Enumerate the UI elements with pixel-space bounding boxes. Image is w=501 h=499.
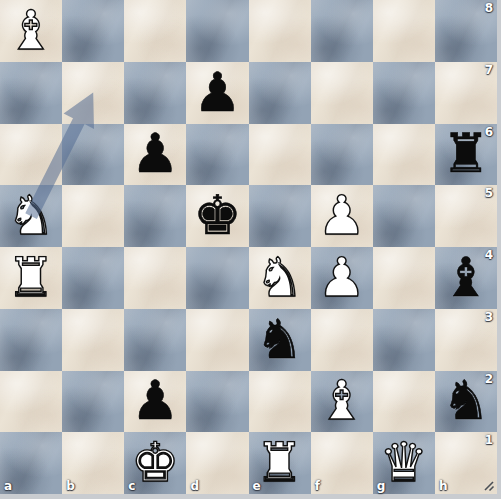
square-b8[interactable] (62, 0, 124, 62)
square-f5[interactable]: ♟ (311, 185, 373, 247)
square-d5[interactable]: ♚ (186, 185, 248, 247)
square-e7[interactable] (249, 62, 311, 124)
square-c3[interactable] (124, 309, 186, 371)
square-d4[interactable] (186, 247, 248, 309)
white-bishop-f2[interactable]: ♝ (311, 371, 373, 433)
file-label-d: d (190, 479, 199, 493)
square-b5[interactable] (62, 185, 124, 247)
square-f4[interactable]: ♟ (311, 247, 373, 309)
white-pawn-f4[interactable]: ♟ (311, 247, 373, 309)
file-label-h: h (439, 479, 448, 493)
file-label-a: a (4, 479, 12, 493)
square-b4[interactable] (62, 247, 124, 309)
white-pawn-f5[interactable]: ♟ (311, 185, 373, 247)
black-knight-h2[interactable]: ♞ (435, 371, 497, 433)
black-rook-h6[interactable]: ♜ (435, 124, 497, 186)
rank-label-3: 3 (485, 310, 493, 324)
square-b2[interactable] (62, 371, 124, 433)
square-h3[interactable]: 3 (435, 309, 497, 371)
file-label-b: b (66, 479, 75, 493)
white-rook-a4[interactable]: ♜ (0, 247, 62, 309)
square-c7[interactable] (124, 62, 186, 124)
square-h4[interactable]: ♝4 (435, 247, 497, 309)
square-c1[interactable]: ♚c (124, 432, 186, 494)
black-knight-e3[interactable]: ♞ (249, 309, 311, 371)
square-g6[interactable] (373, 124, 435, 186)
square-e6[interactable] (249, 124, 311, 186)
square-d8[interactable] (186, 0, 248, 62)
square-f2[interactable]: ♝ (311, 371, 373, 433)
square-f1[interactable]: f (311, 432, 373, 494)
white-knight-a5[interactable]: ♞ (0, 185, 62, 247)
square-a8[interactable]: ♝ (0, 0, 62, 62)
white-bishop-a8[interactable]: ♝ (0, 0, 62, 62)
square-f6[interactable] (311, 124, 373, 186)
file-label-f: f (315, 479, 320, 493)
square-e5[interactable] (249, 185, 311, 247)
square-h8[interactable]: 8 (435, 0, 497, 62)
chess-app: { "game": "chess", "position": { "fen": … (0, 0, 501, 499)
black-pawn-d7[interactable]: ♟ (186, 62, 248, 124)
square-c6[interactable]: ♟ (124, 124, 186, 186)
black-pawn-c2[interactable]: ♟ (124, 371, 186, 433)
square-a1[interactable]: a (0, 432, 62, 494)
square-d1[interactable]: d (186, 432, 248, 494)
square-c8[interactable] (124, 0, 186, 62)
square-a3[interactable] (0, 309, 62, 371)
square-g8[interactable] (373, 0, 435, 62)
square-g4[interactable] (373, 247, 435, 309)
square-f3[interactable] (311, 309, 373, 371)
square-d2[interactable] (186, 371, 248, 433)
square-h5[interactable]: 5 (435, 185, 497, 247)
square-h2[interactable]: ♞2 (435, 371, 497, 433)
rank-label-5: 5 (485, 186, 493, 200)
white-knight-e4[interactable]: ♞ (249, 247, 311, 309)
square-e2[interactable] (249, 371, 311, 433)
rank-label-8: 8 (485, 1, 493, 15)
rank-label-1: 1 (485, 433, 493, 447)
chess-board: ♝8♟7♟♜6♞♚♟5♜♞♟♝4♞3♟♝♞2ab♚cd♜ef♛g1h (0, 0, 497, 494)
board-grid: ♝8♟7♟♜6♞♚♟5♜♞♟♝4♞3♟♝♞2ab♚cd♜ef♛g1h (0, 0, 497, 494)
square-g3[interactable] (373, 309, 435, 371)
square-b6[interactable] (62, 124, 124, 186)
square-c5[interactable] (124, 185, 186, 247)
square-e1[interactable]: ♜e (249, 432, 311, 494)
square-g7[interactable] (373, 62, 435, 124)
black-bishop-h4[interactable]: ♝ (435, 247, 497, 309)
square-b3[interactable] (62, 309, 124, 371)
square-g2[interactable] (373, 371, 435, 433)
square-f7[interactable] (311, 62, 373, 124)
square-g1[interactable]: ♛g (373, 432, 435, 494)
square-c2[interactable]: ♟ (124, 371, 186, 433)
square-h6[interactable]: ♜6 (435, 124, 497, 186)
square-b1[interactable]: b (62, 432, 124, 494)
square-a4[interactable]: ♜ (0, 247, 62, 309)
square-a5[interactable]: ♞ (0, 185, 62, 247)
board-resize-grip[interactable] (481, 478, 495, 492)
white-rook-e1[interactable]: ♜ (249, 432, 311, 494)
white-king-c1[interactable]: ♚ (124, 432, 186, 494)
square-c4[interactable] (124, 247, 186, 309)
square-h7[interactable]: 7 (435, 62, 497, 124)
white-queen-g1[interactable]: ♛ (373, 432, 435, 494)
square-e3[interactable]: ♞ (249, 309, 311, 371)
square-a2[interactable] (0, 371, 62, 433)
square-a7[interactable] (0, 62, 62, 124)
square-g5[interactable] (373, 185, 435, 247)
square-d7[interactable]: ♟ (186, 62, 248, 124)
rank-label-7: 7 (485, 63, 493, 77)
square-b7[interactable] (62, 62, 124, 124)
square-e8[interactable] (249, 0, 311, 62)
square-a6[interactable] (0, 124, 62, 186)
black-pawn-c6[interactable]: ♟ (124, 124, 186, 186)
square-e4[interactable]: ♞ (249, 247, 311, 309)
square-d3[interactable] (186, 309, 248, 371)
black-king-d5[interactable]: ♚ (186, 185, 248, 247)
square-f8[interactable] (311, 0, 373, 62)
square-d6[interactable] (186, 124, 248, 186)
